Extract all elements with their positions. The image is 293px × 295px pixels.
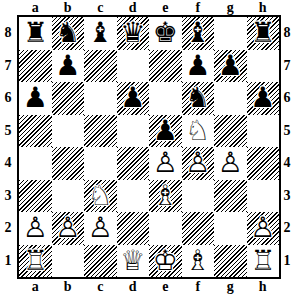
rank-label-3-right: 3 (281, 180, 293, 213)
file-label-e-top: e (149, 0, 182, 15)
black-pawn-f7[interactable]: ♟♟ (182, 50, 215, 83)
black-pawn-d6[interactable]: ♟♟ (117, 82, 150, 115)
piece-glyph: ♟ (19, 82, 52, 115)
rank-label-2-right: 2 (281, 212, 293, 245)
square-d7[interactable] (117, 50, 150, 83)
square-a5[interactable] (19, 115, 52, 148)
piece-glyph: ♙ (52, 212, 85, 245)
piece-glyph: ♙ (149, 147, 182, 180)
file-label-f-top: f (182, 0, 215, 15)
square-e1[interactable]: ♚♔ (149, 245, 182, 278)
black-rook-a8[interactable]: ♜♜ (19, 17, 52, 50)
square-h8[interactable]: ♜♜ (247, 17, 280, 50)
file-label-a-top: a (19, 0, 52, 15)
piece-glyph: ♘ (84, 180, 117, 213)
piece-glyph: ♖ (247, 245, 280, 278)
rank-label-6-left: 6 (0, 82, 16, 115)
rank-label-8-left: 8 (0, 17, 16, 50)
white-pawn-c2[interactable]: ♟♙ (84, 212, 117, 245)
piece-glyph: ♙ (19, 212, 52, 245)
square-a1[interactable]: ♜♖ (19, 245, 52, 278)
board: ♜♜♞♞♝♝♛♛♚♚♝♝♜♜♟♟♟♟♟♟♟♟♟♟♞♞♟♟♟♟♞♘♟♙♟♙♟♙♞♘… (17, 15, 281, 279)
white-pawn-g4[interactable]: ♟♙ (214, 147, 247, 180)
square-f2[interactable] (182, 212, 215, 245)
file-label-h-top: h (247, 0, 280, 15)
square-b4[interactable] (52, 147, 85, 180)
black-pawn-e5[interactable]: ♟♟ (149, 115, 182, 148)
white-king-e1[interactable]: ♚♔ (149, 245, 182, 278)
square-c6[interactable] (84, 82, 117, 115)
square-f5[interactable]: ♞♘ (182, 115, 215, 148)
square-c1[interactable] (84, 245, 117, 278)
square-g8[interactable] (214, 17, 247, 50)
piece-glyph: ♟ (247, 82, 280, 115)
piece-glyph: ♖ (19, 245, 52, 278)
piece-glyph: ♙ (84, 212, 117, 245)
file-labels-bottom: a b c d e f g h (19, 279, 279, 295)
square-d1[interactable]: ♛♕ (117, 245, 150, 278)
file-label-c-top: c (84, 0, 117, 15)
file-label-g-bottom: g (214, 279, 247, 295)
square-g2[interactable] (214, 212, 247, 245)
white-bishop-f1[interactable]: ♝♗ (182, 245, 215, 278)
white-knight-f5[interactable]: ♞♘ (182, 115, 215, 148)
square-g7[interactable]: ♟♟ (214, 50, 247, 83)
square-f7[interactable]: ♟♟ (182, 50, 215, 83)
rank-label-6-right: 6 (281, 82, 293, 115)
black-pawn-h6[interactable]: ♟♟ (247, 82, 280, 115)
white-pawn-f4[interactable]: ♟♙ (182, 147, 215, 180)
piece-glyph: ♙ (182, 147, 215, 180)
square-d2[interactable] (117, 212, 150, 245)
rank-label-4-right: 4 (281, 147, 293, 180)
square-g3[interactable] (214, 180, 247, 213)
black-knight-f6[interactable]: ♞♞ (182, 82, 215, 115)
square-c4[interactable] (84, 147, 117, 180)
white-pawn-e4[interactable]: ♟♙ (149, 147, 182, 180)
square-b3[interactable] (52, 180, 85, 213)
piece-glyph: ♙ (214, 147, 247, 180)
square-d5[interactable] (117, 115, 150, 148)
square-h5[interactable] (247, 115, 280, 148)
black-bishop-c8[interactable]: ♝♝ (84, 17, 117, 50)
black-rook-h8[interactable]: ♜♜ (247, 17, 280, 50)
white-pawn-a2[interactable]: ♟♙ (19, 212, 52, 245)
square-c8[interactable]: ♝♝ (84, 17, 117, 50)
square-f6[interactable]: ♞♞ (182, 82, 215, 115)
square-d4[interactable] (117, 147, 150, 180)
square-a3[interactable] (19, 180, 52, 213)
white-pawn-h2[interactable]: ♟♙ (247, 212, 280, 245)
rank-label-5-left: 5 (0, 115, 16, 148)
white-rook-h1[interactable]: ♜♖ (247, 245, 280, 278)
square-e6[interactable] (149, 82, 182, 115)
black-bishop-f8[interactable]: ♝♝ (182, 17, 215, 50)
square-c2[interactable]: ♟♙ (84, 212, 117, 245)
square-a4[interactable] (19, 147, 52, 180)
piece-glyph: ♟ (117, 82, 150, 115)
piece-glyph: ♛ (117, 17, 150, 50)
square-f4[interactable]: ♟♙ (182, 147, 215, 180)
square-e3[interactable]: ♝♗ (149, 180, 182, 213)
square-g5[interactable] (214, 115, 247, 148)
square-d3[interactable] (117, 180, 150, 213)
rank-labels-right: 8 7 6 5 4 3 2 1 (281, 17, 293, 277)
rank-label-7-right: 7 (281, 50, 293, 83)
square-c5[interactable] (84, 115, 117, 148)
piece-glyph: ♞ (182, 82, 215, 115)
square-a7[interactable] (19, 50, 52, 83)
piece-glyph: ♙ (247, 212, 280, 245)
piece-glyph: ♞ (52, 17, 85, 50)
square-g1[interactable] (214, 245, 247, 278)
piece-glyph: ♗ (149, 180, 182, 213)
white-knight-c3[interactable]: ♞♘ (84, 180, 117, 213)
square-e5[interactable]: ♟♟ (149, 115, 182, 148)
file-label-c-bottom: c (84, 279, 117, 295)
rank-label-1-left: 1 (0, 245, 16, 278)
square-h6[interactable]: ♟♟ (247, 82, 280, 115)
square-c7[interactable] (84, 50, 117, 83)
black-queen-d8[interactable]: ♛♛ (117, 17, 150, 50)
square-f1[interactable]: ♝♗ (182, 245, 215, 278)
file-labels-top: a b c d e f g h (19, 0, 279, 15)
black-pawn-b7[interactable]: ♟♟ (52, 50, 85, 83)
square-f8[interactable]: ♝♝ (182, 17, 215, 50)
piece-glyph: ♔ (149, 245, 182, 278)
rank-label-2-left: 2 (0, 212, 16, 245)
white-pawn-b2[interactable]: ♟♙ (52, 212, 85, 245)
piece-glyph: ♗ (182, 245, 215, 278)
square-e4[interactable]: ♟♙ (149, 147, 182, 180)
black-pawn-g7[interactable]: ♟♟ (214, 50, 247, 83)
square-d8[interactable]: ♛♛ (117, 17, 150, 50)
piece-glyph: ♚ (149, 17, 182, 50)
file-label-h-bottom: h (247, 279, 280, 295)
black-king-e8[interactable]: ♚♚ (149, 17, 182, 50)
square-d6[interactable]: ♟♟ (117, 82, 150, 115)
square-b5[interactable] (52, 115, 85, 148)
file-label-d-top: d (117, 0, 150, 15)
file-label-f-bottom: f (182, 279, 215, 295)
square-f3[interactable] (182, 180, 215, 213)
piece-glyph: ♟ (214, 50, 247, 83)
piece-glyph: ♟ (182, 50, 215, 83)
rank-labels-left: 8 7 6 5 4 3 2 1 (0, 17, 16, 277)
rank-label-3-left: 3 (0, 180, 16, 213)
file-label-b-top: b (52, 0, 85, 15)
piece-glyph: ♝ (84, 17, 117, 50)
file-label-b-bottom: b (52, 279, 85, 295)
square-a2[interactable]: ♟♙ (19, 212, 52, 245)
square-h4[interactable] (247, 147, 280, 180)
piece-glyph: ♘ (182, 115, 215, 148)
piece-glyph: ♟ (52, 50, 85, 83)
white-queen-d1[interactable]: ♛♕ (117, 245, 150, 278)
piece-glyph: ♜ (247, 17, 280, 50)
file-label-g-top: g (214, 0, 247, 15)
rank-label-8-right: 8 (281, 17, 293, 50)
file-label-e-bottom: e (149, 279, 182, 295)
square-h1[interactable]: ♜♖ (247, 245, 280, 278)
rank-label-7-left: 7 (0, 50, 16, 83)
square-a6[interactable]: ♟♟ (19, 82, 52, 115)
piece-glyph: ♕ (117, 245, 150, 278)
piece-glyph: ♜ (19, 17, 52, 50)
file-label-a-bottom: a (19, 279, 52, 295)
square-b7[interactable]: ♟♟ (52, 50, 85, 83)
square-b2[interactable]: ♟♙ (52, 212, 85, 245)
square-h2[interactable]: ♟♙ (247, 212, 280, 245)
chess-diagram: a b c d e f g h 8 7 6 5 4 3 2 1 ♜♜♞♞♝♝♛♛… (0, 0, 293, 295)
square-e2[interactable] (149, 212, 182, 245)
square-g4[interactable]: ♟♙ (214, 147, 247, 180)
piece-glyph: ♝ (182, 17, 215, 50)
piece-glyph: ♟ (149, 115, 182, 148)
square-a8[interactable]: ♜♜ (19, 17, 52, 50)
square-b8[interactable]: ♞♞ (52, 17, 85, 50)
rank-label-1-right: 1 (281, 245, 293, 278)
black-pawn-a6[interactable]: ♟♟ (19, 82, 52, 115)
square-h7[interactable] (247, 50, 280, 83)
square-g6[interactable] (214, 82, 247, 115)
square-h3[interactable] (247, 180, 280, 213)
square-c3[interactable]: ♞♘ (84, 180, 117, 213)
white-rook-a1[interactable]: ♜♖ (19, 245, 52, 278)
file-label-d-bottom: d (117, 279, 150, 295)
square-b6[interactable] (52, 82, 85, 115)
square-b1[interactable] (52, 245, 85, 278)
rank-label-5-right: 5 (281, 115, 293, 148)
square-e7[interactable] (149, 50, 182, 83)
square-e8[interactable]: ♚♚ (149, 17, 182, 50)
black-knight-b8[interactable]: ♞♞ (52, 17, 85, 50)
rank-label-4-left: 4 (0, 147, 16, 180)
white-bishop-e3[interactable]: ♝♗ (149, 180, 182, 213)
